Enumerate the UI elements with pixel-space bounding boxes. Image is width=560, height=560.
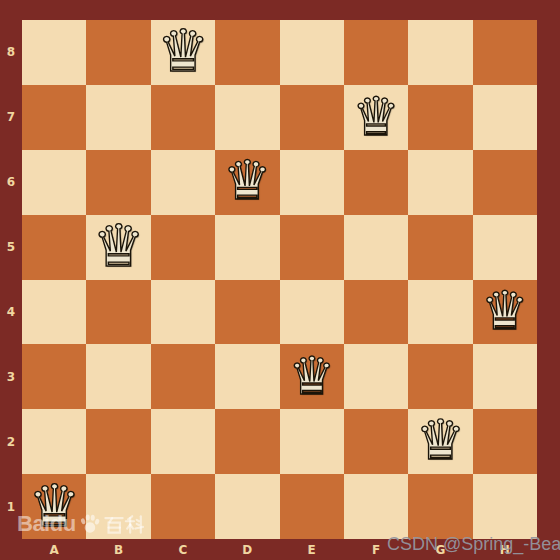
square-e7 xyxy=(280,85,344,150)
square-h3 xyxy=(473,344,537,409)
square-c4 xyxy=(151,280,215,345)
square-c7 xyxy=(151,85,215,150)
square-b5: ♛ xyxy=(86,215,150,280)
square-f1 xyxy=(344,474,408,539)
white-queen-c8: ♛ xyxy=(157,22,209,80)
square-c3 xyxy=(151,344,215,409)
square-g1 xyxy=(408,474,472,539)
file-label-e: E xyxy=(308,543,316,557)
white-queen-f7: ♛ xyxy=(352,90,400,143)
file-label-g: G xyxy=(436,543,446,557)
square-f3 xyxy=(344,344,408,409)
square-b6 xyxy=(86,150,150,215)
square-a8 xyxy=(22,20,86,85)
square-c1 xyxy=(151,474,215,539)
chess-board: ♛♛♛♛♛♛♛♛ xyxy=(22,20,537,539)
square-a2 xyxy=(22,409,86,474)
white-queen-e3: ♛ xyxy=(288,350,335,402)
rank-label-5: 5 xyxy=(7,240,15,254)
file-label-h: H xyxy=(500,543,510,557)
square-g8 xyxy=(408,20,472,85)
rank-label-8: 8 xyxy=(7,45,15,59)
square-f5 xyxy=(344,215,408,280)
square-d5 xyxy=(215,215,279,280)
square-d3 xyxy=(215,344,279,409)
rank-label-4: 4 xyxy=(7,305,15,319)
square-h1 xyxy=(473,474,537,539)
square-a3 xyxy=(22,344,86,409)
square-e4 xyxy=(280,280,344,345)
square-g6 xyxy=(408,150,472,215)
white-queen-d6: ♛ xyxy=(223,154,271,208)
rank-label-3: 3 xyxy=(7,370,15,384)
square-b7 xyxy=(86,85,150,150)
square-e1 xyxy=(280,474,344,539)
square-e3: ♛ xyxy=(280,344,344,409)
square-b4 xyxy=(86,280,150,345)
file-label-a: A xyxy=(50,543,59,557)
square-h6 xyxy=(473,150,537,215)
rank-label-6: 6 xyxy=(7,175,15,189)
square-h5 xyxy=(473,215,537,280)
square-g7 xyxy=(408,85,472,150)
file-label-c: C xyxy=(179,543,188,557)
square-a1: ♛ xyxy=(22,474,86,539)
square-f7: ♛ xyxy=(344,85,408,150)
square-d1 xyxy=(215,474,279,539)
square-d2 xyxy=(215,409,279,474)
square-a6 xyxy=(22,150,86,215)
board-frame: ♛♛♛♛♛♛♛♛ 87654321 ABCDEFGH Baidu xyxy=(0,0,560,560)
square-d7 xyxy=(215,85,279,150)
file-labels: ABCDEFGH xyxy=(22,539,537,560)
square-d8 xyxy=(215,20,279,85)
square-g5 xyxy=(408,215,472,280)
square-f2 xyxy=(344,409,408,474)
square-b2 xyxy=(86,409,150,474)
white-queen-a1: ♛ xyxy=(28,477,80,535)
square-f4 xyxy=(344,280,408,345)
file-label-b: B xyxy=(114,543,123,557)
square-g2: ♛ xyxy=(408,409,472,474)
square-h2 xyxy=(473,409,537,474)
square-d6: ♛ xyxy=(215,150,279,215)
white-queen-g2: ♛ xyxy=(416,413,465,468)
square-g3 xyxy=(408,344,472,409)
square-a5 xyxy=(22,215,86,280)
square-d4 xyxy=(215,280,279,345)
white-queen-b5: ♛ xyxy=(93,217,145,275)
square-h7 xyxy=(473,85,537,150)
square-e8 xyxy=(280,20,344,85)
file-label-f: F xyxy=(372,543,380,557)
square-f6 xyxy=(344,150,408,215)
file-label-d: D xyxy=(242,543,252,557)
white-queen-h4: ♛ xyxy=(481,284,529,337)
square-e5 xyxy=(280,215,344,280)
square-h8 xyxy=(473,20,537,85)
square-c8: ♛ xyxy=(151,20,215,85)
square-f8 xyxy=(344,20,408,85)
square-a7 xyxy=(22,85,86,150)
square-e2 xyxy=(280,409,344,474)
square-b3 xyxy=(86,344,150,409)
rank-label-2: 2 xyxy=(7,435,15,449)
rank-label-1: 1 xyxy=(7,500,15,514)
square-g4 xyxy=(408,280,472,345)
rank-labels: 87654321 xyxy=(0,20,22,539)
square-c5 xyxy=(151,215,215,280)
square-h4: ♛ xyxy=(473,280,537,345)
square-c6 xyxy=(151,150,215,215)
square-a4 xyxy=(22,280,86,345)
rank-label-7: 7 xyxy=(7,110,15,124)
square-b1 xyxy=(86,474,150,539)
square-b8 xyxy=(86,20,150,85)
square-c2 xyxy=(151,409,215,474)
square-e6 xyxy=(280,150,344,215)
